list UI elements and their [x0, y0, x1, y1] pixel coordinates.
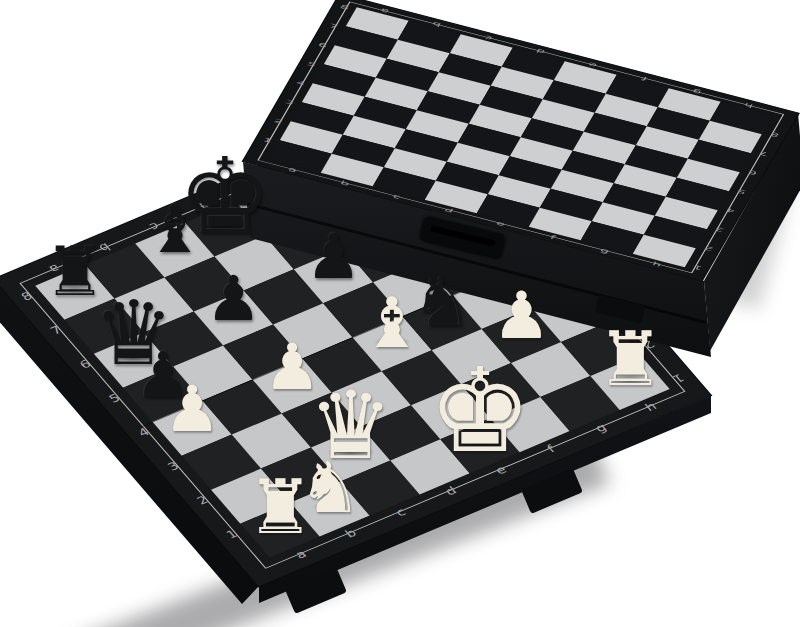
product-photo-scene: abcdefgh abcdefgh 87654321 87654321 abcd…: [0, 0, 800, 627]
piece-white-pawn-a4: ♟: [164, 377, 221, 441]
pieces-layer: ♚♝♟♜♟♞♟♝♛♜♟♟♟♚♛♞♜: [0, 0, 800, 627]
piece-shadow: [198, 218, 253, 235]
piece-white-queen-c2: ♛: [309, 379, 393, 473]
piece-black-queen-a6: ♛: [94, 289, 174, 378]
piece-black-pawn-c6: ♟: [206, 268, 262, 330]
piece-shadow: [217, 311, 249, 321]
piece-white-bishop-e4: ♝: [361, 288, 424, 358]
piece-shadow: [276, 379, 309, 389]
piece-shadow: [158, 243, 192, 254]
piece-shadow: [450, 434, 510, 453]
piece-black-pawn-a5: ♟: [135, 344, 191, 407]
piece-shadow: [312, 501, 349, 512]
piece-shadow: [425, 315, 460, 326]
piece-white-pawn-g3: ♟: [492, 283, 550, 348]
piece-black-knight-f4: ♞: [412, 268, 473, 336]
piece-shadow: [611, 374, 650, 386]
piece-black-rook-a8: ♜: [45, 238, 106, 306]
piece-shadow: [110, 351, 156, 365]
piece-black-king-d8: ♚: [178, 145, 272, 250]
piece-shadow: [147, 387, 180, 397]
piece-shadow: [57, 285, 92, 296]
piece-shadow: [374, 336, 410, 347]
piece-white-rook-h1: ♜: [596, 322, 663, 397]
piece-black-pawn-e6: ♟: [306, 226, 362, 288]
piece-shadow: [261, 522, 300, 534]
piece-shadow: [176, 421, 209, 431]
piece-white-king-e1: ♚: [428, 353, 532, 469]
piece-white-pawn-c4: ♟: [264, 335, 321, 399]
piece-white-knight-b1: ♞: [298, 452, 362, 523]
piece-shadow: [317, 269, 349, 279]
piece-white-rook-a1: ♜: [246, 470, 313, 545]
piece-shadow: [326, 444, 375, 459]
piece-shadow: [505, 328, 539, 338]
piece-black-bishop-c8: ♝: [145, 197, 204, 263]
